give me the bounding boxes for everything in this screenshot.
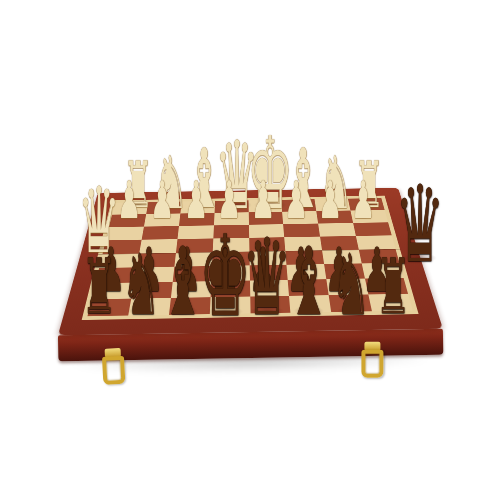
chess-set-photo: ♜♞♝♛♚♝♞♜♟♟♟♟♟♟♟♟♟♟♟♟♟♟♟♟♜♞♝♚♛♝♞♜♛♛	[0, 0, 500, 500]
square	[286, 250, 325, 265]
square	[316, 210, 353, 223]
square	[137, 253, 176, 268]
square	[353, 222, 391, 236]
square	[211, 266, 250, 282]
square	[128, 298, 171, 316]
board-grid	[87, 198, 412, 316]
square	[87, 299, 131, 317]
square	[315, 199, 351, 211]
square	[109, 214, 146, 227]
chess-board	[58, 188, 443, 336]
square	[283, 223, 320, 237]
square	[356, 235, 396, 249]
square	[146, 202, 181, 214]
board-inlay-border	[82, 196, 419, 320]
square	[99, 253, 139, 268]
square	[322, 249, 362, 264]
square	[179, 213, 214, 226]
square	[249, 237, 286, 251]
clasp-loop	[361, 350, 383, 378]
square	[329, 295, 372, 312]
square	[144, 213, 180, 226]
square	[174, 252, 212, 267]
square	[212, 251, 250, 266]
square	[214, 200, 248, 212]
square	[368, 294, 412, 311]
square	[212, 238, 249, 252]
square	[248, 212, 283, 225]
square	[171, 281, 211, 298]
square	[348, 198, 385, 210]
square	[103, 239, 142, 253]
square	[284, 236, 322, 250]
square	[287, 264, 327, 280]
square	[324, 264, 365, 280]
brass-clasp-right-icon	[356, 342, 388, 378]
square	[248, 200, 282, 212]
square	[249, 251, 287, 266]
board-frame	[58, 188, 443, 336]
square	[250, 280, 290, 297]
square	[177, 225, 213, 239]
square	[210, 281, 250, 298]
square	[213, 225, 249, 239]
square	[249, 265, 288, 281]
square	[92, 283, 134, 300]
square	[365, 278, 408, 295]
square	[327, 279, 369, 296]
clasp-loop	[102, 356, 125, 385]
square	[362, 263, 404, 279]
folding-chess-box	[55, 157, 444, 404]
square	[169, 297, 210, 315]
square	[131, 282, 172, 299]
square	[351, 210, 389, 223]
square	[288, 279, 329, 296]
square	[106, 226, 144, 240]
square	[112, 202, 148, 214]
square	[180, 201, 215, 213]
square	[214, 212, 249, 225]
square	[318, 223, 356, 237]
square	[176, 238, 213, 252]
square	[95, 268, 136, 284]
square	[282, 211, 318, 224]
square	[359, 249, 400, 264]
square	[134, 267, 174, 283]
square	[281, 199, 316, 211]
square	[289, 295, 331, 312]
square	[249, 224, 285, 238]
square	[142, 226, 179, 240]
square	[250, 296, 291, 313]
square	[172, 266, 211, 282]
square	[209, 297, 250, 314]
square	[139, 239, 177, 253]
brass-clasp-left-icon	[97, 348, 131, 386]
square	[320, 236, 359, 250]
